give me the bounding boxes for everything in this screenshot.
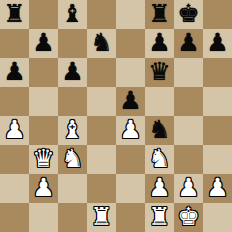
square-a5[interactable] — [0, 87, 29, 116]
square-f8[interactable]: ♜ — [145, 0, 174, 29]
square-g1[interactable]: ♚ — [174, 203, 203, 232]
black-knight-piece: ♞ — [148, 115, 170, 144]
white-king-piece: ♚ — [177, 202, 199, 231]
square-d2[interactable] — [87, 174, 116, 203]
square-f7[interactable]: ♟ — [145, 29, 174, 58]
square-b2[interactable]: ♟ — [29, 174, 58, 203]
white-pawn-piece: ♟ — [32, 173, 54, 202]
square-g3[interactable] — [174, 145, 203, 174]
square-g4[interactable] — [174, 116, 203, 145]
black-bishop-piece: ♝ — [61, 0, 83, 28]
white-knight-piece: ♞ — [148, 144, 170, 173]
square-b3[interactable]: ♛ — [29, 145, 58, 174]
black-pawn-piece: ♟ — [3, 57, 25, 86]
square-e7[interactable] — [116, 29, 145, 58]
square-f6[interactable]: ♛ — [145, 58, 174, 87]
black-pawn-piece: ♟ — [61, 57, 83, 86]
square-c2[interactable] — [58, 174, 87, 203]
square-e4[interactable]: ♟ — [116, 116, 145, 145]
black-knight-piece: ♞ — [90, 28, 112, 57]
black-pawn-piece: ♟ — [177, 28, 199, 57]
white-pawn-piece: ♟ — [119, 115, 141, 144]
square-b1[interactable] — [29, 203, 58, 232]
square-f4[interactable]: ♞ — [145, 116, 174, 145]
white-pawn-piece: ♟ — [148, 173, 170, 202]
square-b4[interactable] — [29, 116, 58, 145]
square-b5[interactable] — [29, 87, 58, 116]
black-pawn-piece: ♟ — [148, 28, 170, 57]
black-pawn-piece: ♟ — [206, 28, 228, 57]
square-g8[interactable]: ♚ — [174, 0, 203, 29]
square-g6[interactable] — [174, 58, 203, 87]
square-c8[interactable]: ♝ — [58, 0, 87, 29]
square-a7[interactable] — [0, 29, 29, 58]
square-c7[interactable] — [58, 29, 87, 58]
square-h5[interactable] — [203, 87, 232, 116]
square-c3[interactable]: ♞ — [58, 145, 87, 174]
square-e5[interactable]: ♟ — [116, 87, 145, 116]
square-d1[interactable]: ♜ — [87, 203, 116, 232]
square-a3[interactable] — [0, 145, 29, 174]
white-rook-piece: ♜ — [148, 202, 170, 231]
white-rook-piece: ♜ — [90, 202, 112, 231]
white-knight-piece: ♞ — [61, 144, 83, 173]
square-a6[interactable]: ♟ — [0, 58, 29, 87]
square-d8[interactable] — [87, 0, 116, 29]
square-a8[interactable]: ♜ — [0, 0, 29, 29]
square-f2[interactable]: ♟ — [145, 174, 174, 203]
square-d7[interactable]: ♞ — [87, 29, 116, 58]
square-b8[interactable] — [29, 0, 58, 29]
black-pawn-piece: ♟ — [119, 86, 141, 115]
square-d4[interactable] — [87, 116, 116, 145]
square-d5[interactable] — [87, 87, 116, 116]
square-d3[interactable] — [87, 145, 116, 174]
white-pawn-piece: ♟ — [177, 173, 199, 202]
square-e2[interactable] — [116, 174, 145, 203]
white-pawn-piece: ♟ — [3, 115, 25, 144]
square-a4[interactable]: ♟ — [0, 116, 29, 145]
square-c4[interactable]: ♝ — [58, 116, 87, 145]
square-h4[interactable] — [203, 116, 232, 145]
black-rook-piece: ♜ — [148, 0, 170, 28]
square-g2[interactable]: ♟ — [174, 174, 203, 203]
square-c5[interactable] — [58, 87, 87, 116]
white-bishop-piece: ♝ — [61, 115, 83, 144]
square-g7[interactable]: ♟ — [174, 29, 203, 58]
square-e1[interactable] — [116, 203, 145, 232]
square-h7[interactable]: ♟ — [203, 29, 232, 58]
square-a1[interactable] — [0, 203, 29, 232]
square-e3[interactable] — [116, 145, 145, 174]
black-king-piece: ♚ — [177, 0, 199, 28]
black-queen-piece: ♛ — [148, 57, 170, 86]
square-h3[interactable] — [203, 145, 232, 174]
black-pawn-piece: ♟ — [32, 28, 54, 57]
square-e6[interactable] — [116, 58, 145, 87]
square-f3[interactable]: ♞ — [145, 145, 174, 174]
square-h1[interactable] — [203, 203, 232, 232]
square-f1[interactable]: ♜ — [145, 203, 174, 232]
chess-board: ♜♝♜♚♟♞♟♟♟♟♟♛♟♟♝♟♞♛♞♞♟♟♟♟♜♜♚ — [0, 0, 232, 232]
white-pawn-piece: ♟ — [206, 173, 228, 202]
square-h8[interactable] — [203, 0, 232, 29]
square-f5[interactable] — [145, 87, 174, 116]
white-queen-piece: ♛ — [32, 144, 54, 173]
square-d6[interactable] — [87, 58, 116, 87]
square-e8[interactable] — [116, 0, 145, 29]
square-h2[interactable]: ♟ — [203, 174, 232, 203]
black-rook-piece: ♜ — [3, 0, 25, 28]
square-c6[interactable]: ♟ — [58, 58, 87, 87]
square-h6[interactable] — [203, 58, 232, 87]
square-b7[interactable]: ♟ — [29, 29, 58, 58]
square-b6[interactable] — [29, 58, 58, 87]
square-c1[interactable] — [58, 203, 87, 232]
square-a2[interactable] — [0, 174, 29, 203]
square-g5[interactable] — [174, 87, 203, 116]
